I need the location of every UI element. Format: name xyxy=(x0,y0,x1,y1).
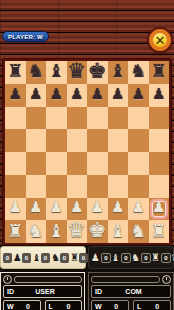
user-timer-bar xyxy=(14,276,82,283)
black-rook: ♜ xyxy=(151,62,167,80)
white-pawn-icon: ♟ xyxy=(91,253,100,263)
square-b2[interactable]: ♟ xyxy=(26,198,47,221)
captured-black-rook-counter: 0♜ xyxy=(60,253,79,263)
square-g1[interactable]: ♞ xyxy=(128,220,149,243)
square-b1[interactable]: ♞ xyxy=(26,220,47,243)
player-turn-badge: PLAYER: W xyxy=(2,31,49,42)
square-c4[interactable] xyxy=(46,152,67,175)
white-rook: ♜ xyxy=(151,222,167,240)
square-d5[interactable] xyxy=(67,129,88,152)
captured-black-pawn-counter: 0♟ xyxy=(3,253,22,263)
com-timer-row xyxy=(91,275,171,283)
white-pawn: ♟ xyxy=(9,200,22,215)
square-c7[interactable]: ♟ xyxy=(46,84,67,107)
square-b7[interactable]: ♟ xyxy=(26,84,47,107)
square-f2[interactable]: ♟ xyxy=(108,198,129,221)
black-knight: ♞ xyxy=(28,62,44,80)
black-rook-icon: ♜ xyxy=(70,253,79,263)
square-g7[interactable]: ♟ xyxy=(128,84,149,107)
white-rook-icon: ♜ xyxy=(151,253,160,263)
black-king: ♚ xyxy=(88,61,107,82)
captured-black-knight-count: 0 xyxy=(41,253,50,263)
captured-white-queen-counter: ♛0 xyxy=(171,253,174,263)
captured-black-rook-count: 0 xyxy=(60,253,69,263)
square-e8[interactable]: ♚ xyxy=(87,61,108,84)
close-icon: ✕ xyxy=(155,33,166,48)
square-f7[interactable]: ♟ xyxy=(108,84,129,107)
board: ♜♞♝♛♚♝♞♜♟♟♟♟♟♟♟♟♟♟♟♟♟♟♟♟♜♞♝♛♚♝♞♜ xyxy=(5,61,169,243)
black-pawn: ♟ xyxy=(152,87,165,102)
black-knight: ♞ xyxy=(130,62,146,80)
square-d2[interactable]: ♟ xyxy=(67,198,88,221)
chess-game-screen: PLAYER: W ✕ ♜♞♝♛♚♝♞♜♟♟♟♟♟♟♟♟♟♟♟♟♟♟♟♟♜♞♝♛… xyxy=(0,0,174,310)
com-score-row: W 0 L 0 xyxy=(91,300,171,310)
square-g3[interactable] xyxy=(128,175,149,198)
square-g5[interactable] xyxy=(128,129,149,152)
user-name: USER xyxy=(17,288,81,295)
clock-icon xyxy=(3,275,12,284)
com-losses-label: L xyxy=(134,303,144,310)
square-f3[interactable] xyxy=(108,175,129,198)
com-wins-value: 0 xyxy=(105,303,128,310)
square-e1[interactable]: ♚ xyxy=(87,220,108,243)
com-panel: ID COM W 0 L 0 xyxy=(88,272,174,310)
square-g8[interactable]: ♞ xyxy=(128,61,149,84)
white-pawn: ♟ xyxy=(111,200,124,215)
black-bishop: ♝ xyxy=(110,62,126,80)
user-id-label: ID xyxy=(4,288,17,295)
square-g4[interactable] xyxy=(128,152,149,175)
black-knight-icon: ♞ xyxy=(51,253,60,263)
user-losses-label: L xyxy=(46,303,56,310)
black-bishop: ♝ xyxy=(48,62,64,80)
captured-black-tray: 0♟0♝0♞0♜0♛ xyxy=(0,246,86,269)
captured-black-pawn-count: 0 xyxy=(3,253,12,263)
square-d1[interactable]: ♛ xyxy=(67,220,88,243)
chess-board-frame: ♜♞♝♛♚♝♞♜♟♟♟♟♟♟♟♟♟♟♟♟♟♟♟♟♜♞♝♛♚♝♞♜ xyxy=(3,59,171,245)
black-queen: ♛ xyxy=(67,61,86,82)
captured-black-queen-count: 0 xyxy=(79,253,88,263)
square-e4[interactable] xyxy=(87,152,108,175)
captured-white-knight-counter: ♞0 xyxy=(131,253,151,263)
square-h6[interactable] xyxy=(149,107,170,130)
square-c1[interactable]: ♝ xyxy=(46,220,67,243)
square-h5[interactable] xyxy=(149,129,170,152)
captured-black-bishop-count: 0 xyxy=(22,253,31,263)
com-id-box: ID COM xyxy=(91,285,171,298)
square-b8[interactable]: ♞ xyxy=(26,61,47,84)
black-pawn: ♟ xyxy=(132,87,145,102)
user-panel: ID USER W 0 L 0 xyxy=(0,272,85,310)
black-pawn: ♟ xyxy=(9,87,22,102)
square-h1[interactable]: ♜ xyxy=(149,220,170,243)
com-losses-box: L 0 xyxy=(133,300,171,310)
captured-white-pawn-counter: ♟0 xyxy=(91,253,111,263)
captured-white-rook-count: 0 xyxy=(161,253,171,263)
square-h4[interactable] xyxy=(149,152,170,175)
square-c5[interactable] xyxy=(46,129,67,152)
user-wins-label: W xyxy=(4,303,17,310)
white-pawn: ♟ xyxy=(152,200,165,215)
com-id-label: ID xyxy=(92,288,105,295)
com-wins-box: W 0 xyxy=(91,300,129,310)
white-pawn: ♟ xyxy=(70,200,83,215)
square-a8[interactable]: ♜ xyxy=(5,61,26,84)
square-h7[interactable]: ♟ xyxy=(149,84,170,107)
user-score-row: W 0 L 0 xyxy=(3,300,82,310)
square-g2[interactable]: ♟ xyxy=(128,198,149,221)
player-turn-label: PLAYER: W xyxy=(8,34,43,40)
user-losses-box: L 0 xyxy=(45,300,83,310)
square-a7[interactable]: ♟ xyxy=(5,84,26,107)
captured-white-bishop-count: 0 xyxy=(121,253,131,263)
square-b5[interactable] xyxy=(26,129,47,152)
white-knight: ♞ xyxy=(130,222,146,240)
square-b6[interactable] xyxy=(26,107,47,130)
square-a1[interactable]: ♜ xyxy=(5,220,26,243)
square-d4[interactable] xyxy=(67,152,88,175)
square-e6[interactable] xyxy=(87,107,108,130)
close-button[interactable]: ✕ xyxy=(149,29,171,51)
captured-black-bishop-counter: 0♝ xyxy=(22,253,41,263)
square-a2[interactable]: ♟ xyxy=(5,198,26,221)
square-d3[interactable] xyxy=(67,175,88,198)
com-losses-value: 0 xyxy=(144,303,170,310)
square-d8[interactable]: ♛ xyxy=(67,61,88,84)
captured-black-knight-counter: 0♞ xyxy=(41,253,60,263)
square-h3[interactable] xyxy=(149,175,170,198)
square-h8[interactable]: ♜ xyxy=(149,61,170,84)
square-e2[interactable]: ♟ xyxy=(87,198,108,221)
white-pawn: ♟ xyxy=(91,200,104,215)
black-pawn: ♟ xyxy=(111,87,124,102)
black-pawn: ♟ xyxy=(91,87,104,102)
black-pawn-icon: ♟ xyxy=(13,253,22,263)
user-losses-value: 0 xyxy=(56,303,81,310)
user-id-box: ID USER xyxy=(3,285,82,298)
black-pawn: ♟ xyxy=(29,87,42,102)
captured-white-rook-counter: ♜0 xyxy=(151,253,171,263)
captured-white-tray: ♟0♝0♞0♜0♛0 xyxy=(88,246,174,269)
black-pawn: ♟ xyxy=(70,87,83,102)
user-wins-value: 0 xyxy=(17,303,40,310)
square-a4[interactable] xyxy=(5,152,26,175)
square-c6[interactable] xyxy=(46,107,67,130)
white-king: ♚ xyxy=(88,220,107,241)
black-rook: ♜ xyxy=(7,62,23,80)
square-c3[interactable] xyxy=(46,175,67,198)
clock-icon xyxy=(162,275,171,284)
white-pawn: ♟ xyxy=(50,200,63,215)
com-wins-label: W xyxy=(92,303,105,310)
square-f8[interactable]: ♝ xyxy=(108,61,129,84)
square-e7[interactable]: ♟ xyxy=(87,84,108,107)
white-queen: ♛ xyxy=(67,220,86,241)
square-b4[interactable] xyxy=(26,152,47,175)
user-timer-row xyxy=(3,275,82,283)
square-d6[interactable] xyxy=(67,107,88,130)
white-queen-icon: ♛ xyxy=(171,253,174,263)
square-c2[interactable]: ♟ xyxy=(46,198,67,221)
user-wins-box: W 0 xyxy=(3,300,41,310)
square-e5[interactable] xyxy=(87,129,108,152)
captured-white-knight-count: 0 xyxy=(141,253,151,263)
square-e3[interactable] xyxy=(87,175,108,198)
captured-white-pawn-count: 0 xyxy=(101,253,111,263)
white-knight: ♞ xyxy=(28,222,44,240)
square-a5[interactable] xyxy=(5,129,26,152)
com-timer-bar xyxy=(91,276,160,283)
square-g6[interactable] xyxy=(128,107,149,130)
square-f6[interactable] xyxy=(108,107,129,130)
square-b3[interactable] xyxy=(26,175,47,198)
square-c8[interactable]: ♝ xyxy=(46,61,67,84)
square-f4[interactable] xyxy=(108,152,129,175)
white-rook: ♜ xyxy=(7,222,23,240)
white-pawn: ♟ xyxy=(29,200,42,215)
black-bishop-icon: ♝ xyxy=(32,253,41,263)
square-d7[interactable]: ♟ xyxy=(67,84,88,107)
white-pawn: ♟ xyxy=(132,200,145,215)
white-knight-icon: ♞ xyxy=(131,253,140,263)
white-bishop-icon: ♝ xyxy=(111,253,120,263)
captured-white-bishop-counter: ♝0 xyxy=(111,253,131,263)
square-h2[interactable]: ♟ xyxy=(149,198,170,221)
white-bishop: ♝ xyxy=(110,222,126,240)
square-f1[interactable]: ♝ xyxy=(108,220,129,243)
com-name: COM xyxy=(105,288,170,295)
black-pawn: ♟ xyxy=(50,87,63,102)
square-a3[interactable] xyxy=(5,175,26,198)
square-f5[interactable] xyxy=(108,129,129,152)
white-bishop: ♝ xyxy=(48,222,64,240)
square-a6[interactable] xyxy=(5,107,26,130)
